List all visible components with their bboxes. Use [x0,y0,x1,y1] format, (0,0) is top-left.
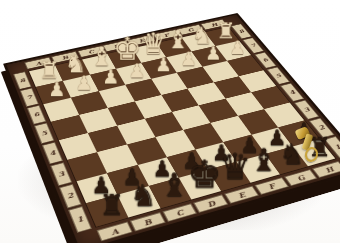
chess-board: ABCDEFGH 87654321 87654321 ABCDEFGH ♜♞♝♚… [3,13,340,243]
square-c5 [107,101,144,126]
brass-clasp [292,126,322,162]
rank-label-5: 5 [267,67,290,85]
scene: ABCDEFGH 87654321 87654321 ABCDEFGH ♜♞♝♚… [0,0,340,243]
square-c2: ♟ [137,157,178,186]
chess-set-photo: ABCDEFGH 87654321 87654321 ABCDEFGH ♜♞♝♚… [0,0,340,243]
